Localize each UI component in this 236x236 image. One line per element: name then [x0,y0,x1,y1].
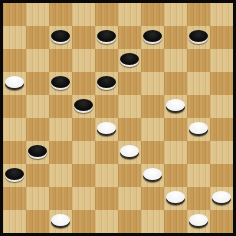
playable-square[interactable] [95,26,118,49]
black-man-piece[interactable] [143,30,162,42]
nonplayable-square [187,49,210,72]
playable-square[interactable] [26,49,49,72]
playable-square[interactable] [3,118,26,141]
nonplayable-square [3,187,26,210]
black-man-piece[interactable] [28,145,47,157]
nonplayable-square [95,141,118,164]
playable-square[interactable] [49,118,72,141]
playable-square[interactable] [3,72,26,95]
playable-square[interactable] [118,49,141,72]
playable-square[interactable] [49,164,72,187]
nonplayable-square [141,95,164,118]
nonplayable-square [95,187,118,210]
nonplayable-square [3,95,26,118]
nonplayable-square [3,49,26,72]
white-man-piece[interactable] [166,191,185,203]
playable-square[interactable] [3,26,26,49]
nonplayable-square [118,72,141,95]
nonplayable-square [210,72,233,95]
playable-square[interactable] [72,95,95,118]
nonplayable-square [72,118,95,141]
playable-square[interactable] [72,49,95,72]
black-man-piece[interactable] [5,168,24,180]
nonplayable-square [26,210,49,233]
nonplayable-square [95,3,118,26]
black-man-piece[interactable] [51,76,70,88]
nonplayable-square [118,164,141,187]
nonplayable-square [118,118,141,141]
nonplayable-square [164,26,187,49]
playable-square[interactable] [49,72,72,95]
playable-square[interactable] [95,164,118,187]
playable-square[interactable] [164,3,187,26]
white-man-piece[interactable] [166,99,185,111]
playable-square[interactable] [118,3,141,26]
black-man-piece[interactable] [120,53,139,65]
nonplayable-square [49,187,72,210]
nonplayable-square [164,164,187,187]
playable-square[interactable] [187,72,210,95]
black-man-piece[interactable] [97,30,116,42]
white-man-piece[interactable] [120,145,139,157]
nonplayable-square [187,141,210,164]
nonplayable-square [26,72,49,95]
nonplayable-square [49,95,72,118]
nonplayable-square [72,164,95,187]
playable-square[interactable] [164,187,187,210]
playable-square[interactable] [26,187,49,210]
playable-square[interactable] [187,26,210,49]
white-man-piece[interactable] [143,168,162,180]
nonplayable-square [141,3,164,26]
playable-square[interactable] [95,118,118,141]
playable-square[interactable] [49,210,72,233]
playable-square[interactable] [72,141,95,164]
nonplayable-square [72,72,95,95]
white-man-piece[interactable] [189,122,208,134]
playable-square[interactable] [210,141,233,164]
playable-square[interactable] [141,164,164,187]
board-frame [0,0,236,236]
nonplayable-square [141,187,164,210]
nonplayable-square [95,95,118,118]
playable-square[interactable] [210,187,233,210]
playable-square[interactable] [187,164,210,187]
playable-square[interactable] [164,49,187,72]
white-man-piece[interactable] [189,214,208,226]
nonplayable-square [49,141,72,164]
black-man-piece[interactable] [189,30,208,42]
playable-square[interactable] [118,187,141,210]
playable-square[interactable] [118,95,141,118]
nonplayable-square [3,3,26,26]
nonplayable-square [210,118,233,141]
nonplayable-square [187,187,210,210]
nonplayable-square [72,26,95,49]
draughts-board [3,3,233,233]
black-man-piece[interactable] [74,99,93,111]
nonplayable-square [187,3,210,26]
nonplayable-square [26,164,49,187]
nonplayable-square [72,210,95,233]
nonplayable-square [210,164,233,187]
playable-square[interactable] [210,49,233,72]
playable-square[interactable] [118,141,141,164]
playable-square[interactable] [164,95,187,118]
nonplayable-square [118,26,141,49]
playable-square[interactable] [26,95,49,118]
playable-square[interactable] [26,3,49,26]
nonplayable-square [141,141,164,164]
nonplayable-square [49,49,72,72]
playable-square[interactable] [72,3,95,26]
playable-square[interactable] [49,26,72,49]
playable-square[interactable] [141,72,164,95]
playable-square[interactable] [72,187,95,210]
white-man-piece[interactable] [212,191,231,203]
nonplayable-square [141,49,164,72]
playable-square[interactable] [26,141,49,164]
black-man-piece[interactable] [97,76,116,88]
white-man-piece[interactable] [51,214,70,226]
playable-square[interactable] [141,210,164,233]
playable-square[interactable] [141,118,164,141]
nonplayable-square [164,118,187,141]
playable-square[interactable] [3,210,26,233]
white-man-piece[interactable] [97,122,116,134]
playable-square[interactable] [141,26,164,49]
nonplayable-square [164,72,187,95]
playable-square[interactable] [187,118,210,141]
nonplayable-square [187,95,210,118]
playable-square[interactable] [95,72,118,95]
nonplayable-square [3,141,26,164]
playable-square[interactable] [210,3,233,26]
playable-square[interactable] [3,164,26,187]
playable-square[interactable] [95,210,118,233]
nonplayable-square [26,26,49,49]
nonplayable-square [210,210,233,233]
nonplayable-square [95,49,118,72]
black-man-piece[interactable] [51,30,70,42]
playable-square[interactable] [187,210,210,233]
white-man-piece[interactable] [5,76,24,88]
nonplayable-square [26,118,49,141]
playable-square[interactable] [210,95,233,118]
nonplayable-square [49,3,72,26]
nonplayable-square [164,210,187,233]
nonplayable-square [118,210,141,233]
playable-square[interactable] [164,141,187,164]
nonplayable-square [210,26,233,49]
